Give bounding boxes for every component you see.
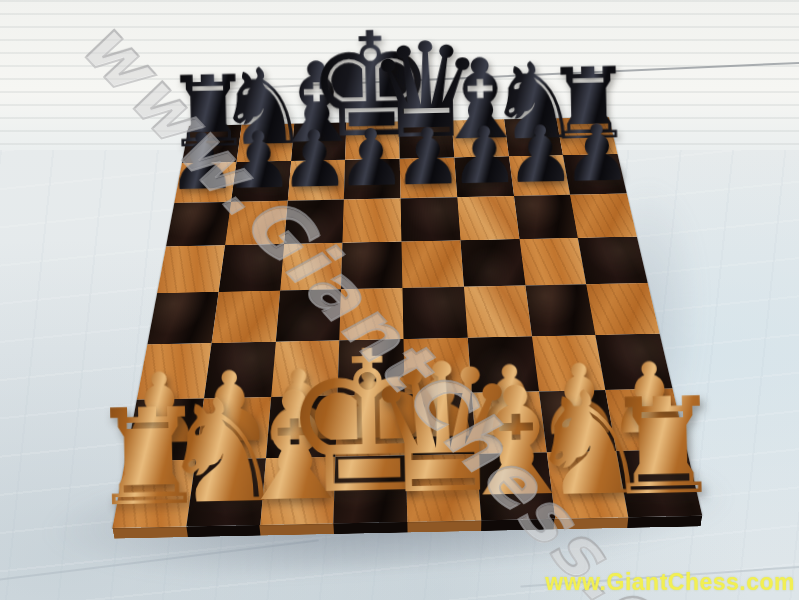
square-h5 xyxy=(578,236,648,284)
square-h6 xyxy=(570,194,637,238)
square-a6 xyxy=(166,202,231,246)
square-a4 xyxy=(147,292,218,344)
square-f5 xyxy=(460,239,525,287)
square-g6 xyxy=(514,195,578,239)
square-g4 xyxy=(525,284,595,336)
board-scene: ♜♞♝♚♛♝♞♜♟♟♟♟♟♟♟♟♟♟♟♟♟♟♟♟♜♞♝♚♛♝♞♜ xyxy=(98,0,703,528)
square-c5 xyxy=(280,243,343,291)
square-h7: ♟ xyxy=(563,154,627,195)
square-e5 xyxy=(401,240,463,288)
square-b6 xyxy=(225,201,288,245)
square-d6 xyxy=(343,198,402,242)
square-h1: ♜ xyxy=(616,449,702,517)
site-url-text: www.GiantChess.com xyxy=(545,569,795,596)
square-a5 xyxy=(157,245,225,293)
photo-stage: ♜♞♝♚♛♝♞♜♟♟♟♟♟♟♟♟♟♟♟♟♟♟♟♟♜♞♝♚♛♝♞♜ www.Gia… xyxy=(0,0,799,600)
chess-board: ♜♞♝♚♛♝♞♜♟♟♟♟♟♟♟♟♟♟♟♟♟♟♟♟♜♞♝♚♛♝♞♜ xyxy=(112,117,702,528)
square-g5 xyxy=(519,238,586,286)
square-e7: ♟ xyxy=(400,157,457,198)
square-d5 xyxy=(341,241,402,289)
square-b4 xyxy=(211,291,279,343)
square-b5 xyxy=(218,244,283,292)
square-g7: ♟ xyxy=(509,155,571,196)
square-e6 xyxy=(401,197,461,241)
square-c6 xyxy=(284,199,344,243)
white-rook: ♜ xyxy=(602,379,724,514)
square-d7: ♟ xyxy=(344,158,401,199)
square-f6 xyxy=(457,196,519,240)
black-pawn: ♟ xyxy=(561,113,633,193)
